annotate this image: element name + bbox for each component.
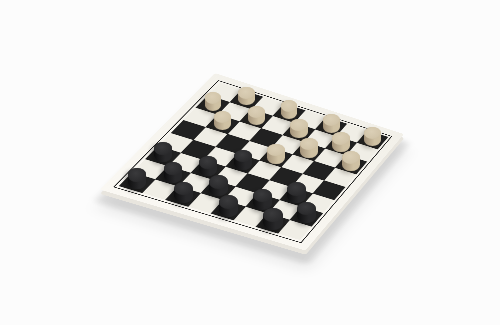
product-photo-checkers-set [0,0,500,325]
checkers-board [119,83,388,240]
